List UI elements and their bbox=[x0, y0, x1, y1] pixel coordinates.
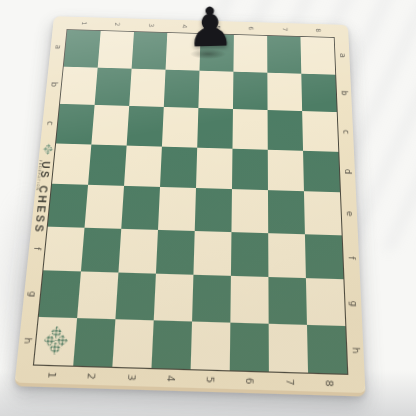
playing-area bbox=[33, 29, 348, 375]
chessboard-photo: 12345678 12345678 abcfgh abcdefgh bbox=[0, 0, 416, 416]
board-perspective: 12345678 12345678 abcfgh abcdefgh bbox=[15, 16, 366, 393]
square-c1[interactable] bbox=[56, 104, 94, 144]
square-f1[interactable] bbox=[43, 226, 84, 271]
square-d4[interactable] bbox=[160, 146, 197, 188]
square-f6[interactable] bbox=[231, 232, 268, 277]
square-e1[interactable] bbox=[48, 184, 88, 227]
square-b2[interactable] bbox=[95, 67, 132, 106]
square-a1[interactable] bbox=[64, 30, 101, 67]
square-f8[interactable] bbox=[305, 234, 343, 279]
square-f2[interactable] bbox=[81, 227, 121, 272]
square-h1[interactable] bbox=[34, 316, 77, 365]
square-g1[interactable] bbox=[39, 270, 81, 317]
square-a2[interactable] bbox=[98, 31, 134, 68]
square-d2[interactable] bbox=[88, 144, 127, 186]
square-h6[interactable] bbox=[230, 322, 269, 371]
square-d6[interactable] bbox=[232, 148, 268, 190]
square-f4[interactable] bbox=[156, 229, 195, 274]
square-e7[interactable] bbox=[268, 190, 305, 234]
square-b8[interactable] bbox=[301, 73, 336, 112]
square-h7[interactable] bbox=[269, 323, 308, 372]
square-e5[interactable] bbox=[195, 188, 232, 232]
corner-diamond-logo-icon bbox=[41, 324, 70, 359]
square-d1[interactable] bbox=[52, 143, 91, 185]
square-c3[interactable] bbox=[127, 106, 164, 146]
square-e2[interactable] bbox=[85, 185, 124, 229]
square-e6[interactable] bbox=[231, 189, 268, 233]
square-g3[interactable] bbox=[115, 273, 155, 320]
square-b7[interactable] bbox=[267, 72, 302, 111]
square-g4[interactable] bbox=[154, 274, 194, 321]
vinyl-board: 12345678 12345678 abcfgh abcdefgh bbox=[14, 16, 365, 396]
square-a6[interactable] bbox=[233, 35, 267, 72]
square-e8[interactable] bbox=[304, 191, 342, 235]
square-b6[interactable] bbox=[233, 71, 268, 110]
square-h5[interactable] bbox=[191, 321, 231, 370]
square-b1[interactable] bbox=[60, 66, 98, 105]
square-h3[interactable] bbox=[112, 319, 153, 368]
us-chess-logo-icon bbox=[41, 141, 54, 159]
us-chess-diamond-icon bbox=[42, 143, 54, 156]
square-e3[interactable] bbox=[121, 186, 160, 230]
square-a3[interactable] bbox=[132, 32, 168, 69]
square-b4[interactable] bbox=[164, 69, 200, 108]
square-f5[interactable] bbox=[193, 230, 231, 275]
square-b5[interactable] bbox=[198, 70, 233, 109]
square-g8[interactable] bbox=[306, 278, 345, 325]
square-h4[interactable] bbox=[151, 320, 192, 369]
square-d8[interactable] bbox=[303, 150, 340, 192]
square-f3[interactable] bbox=[118, 228, 158, 273]
square-d5[interactable] bbox=[196, 147, 232, 189]
square-d7[interactable] bbox=[268, 149, 304, 191]
black-pawn[interactable]: ♟ bbox=[185, 0, 235, 55]
square-a7[interactable] bbox=[267, 36, 301, 73]
square-g7[interactable] bbox=[268, 277, 307, 324]
square-b3[interactable] bbox=[129, 68, 165, 107]
square-c6[interactable] bbox=[232, 109, 267, 149]
square-g5[interactable] bbox=[192, 275, 231, 322]
square-c4[interactable] bbox=[162, 107, 198, 147]
square-f7[interactable] bbox=[268, 233, 306, 278]
square-a8[interactable] bbox=[300, 37, 335, 74]
square-c2[interactable] bbox=[91, 105, 129, 145]
square-h2[interactable] bbox=[73, 318, 115, 367]
square-g2[interactable] bbox=[77, 271, 118, 318]
square-e4[interactable] bbox=[158, 187, 196, 231]
square-h8[interactable] bbox=[307, 324, 347, 373]
square-c8[interactable] bbox=[302, 111, 338, 151]
square-c7[interactable] bbox=[268, 110, 303, 150]
square-d3[interactable] bbox=[124, 145, 162, 187]
square-c5[interactable] bbox=[197, 108, 233, 148]
square-g6[interactable] bbox=[230, 276, 268, 323]
